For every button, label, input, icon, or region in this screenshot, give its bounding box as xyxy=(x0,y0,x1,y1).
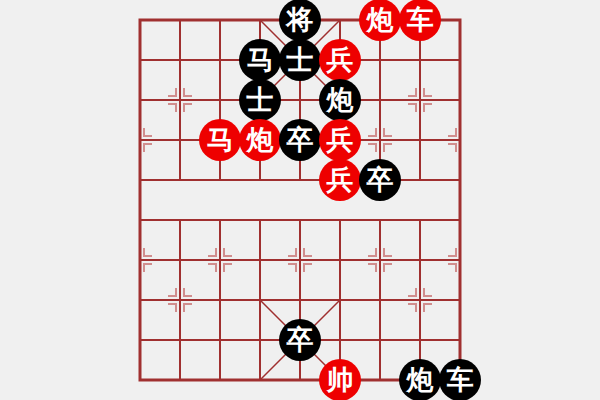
board-grid: 将炮车马士兵士炮马炮卒兵兵卒卒帅炮车 xyxy=(120,0,480,400)
piece-red-general[interactable]: 帅 xyxy=(319,359,361,400)
piece-black-chariot[interactable]: 车 xyxy=(439,359,481,400)
piece-red-horse[interactable]: 马 xyxy=(199,119,241,161)
piece-black-cannon[interactable]: 炮 xyxy=(319,79,361,121)
piece-red-soldier[interactable]: 兵 xyxy=(319,39,361,81)
piece-black-horse[interactable]: 马 xyxy=(239,39,281,81)
piece-black-soldier[interactable]: 卒 xyxy=(359,159,401,201)
piece-red-soldier[interactable]: 兵 xyxy=(319,159,361,201)
piece-red-chariot[interactable]: 车 xyxy=(399,0,441,41)
piece-red-soldier[interactable]: 兵 xyxy=(319,119,361,161)
piece-red-cannon[interactable]: 炮 xyxy=(359,0,401,41)
piece-black-cannon[interactable]: 炮 xyxy=(399,359,441,400)
piece-black-soldier[interactable]: 卒 xyxy=(279,119,321,161)
piece-black-advisor[interactable]: 士 xyxy=(279,39,321,81)
piece-red-cannon[interactable]: 炮 xyxy=(239,119,281,161)
piece-black-soldier[interactable]: 卒 xyxy=(279,319,321,361)
piece-black-general[interactable]: 将 xyxy=(279,0,321,41)
piece-black-advisor[interactable]: 士 xyxy=(239,79,281,121)
xiangqi-diagram: 将炮车马士兵士炮马炮卒兵兵卒卒帅炮车 xyxy=(0,0,600,400)
